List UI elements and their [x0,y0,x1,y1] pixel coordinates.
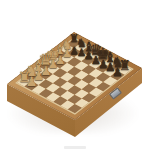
piece-black-p: ♟ [112,66,123,78]
piece-white-p: ♟ [26,75,38,88]
chess-set-product-photo: ♜♞♞♝♟♟♝♛♟♟♚♚♟♝♟♟♛♞♟♟♜♝♟♟♟♞♟♜♟ [0,0,150,150]
watermark [64,146,86,149]
